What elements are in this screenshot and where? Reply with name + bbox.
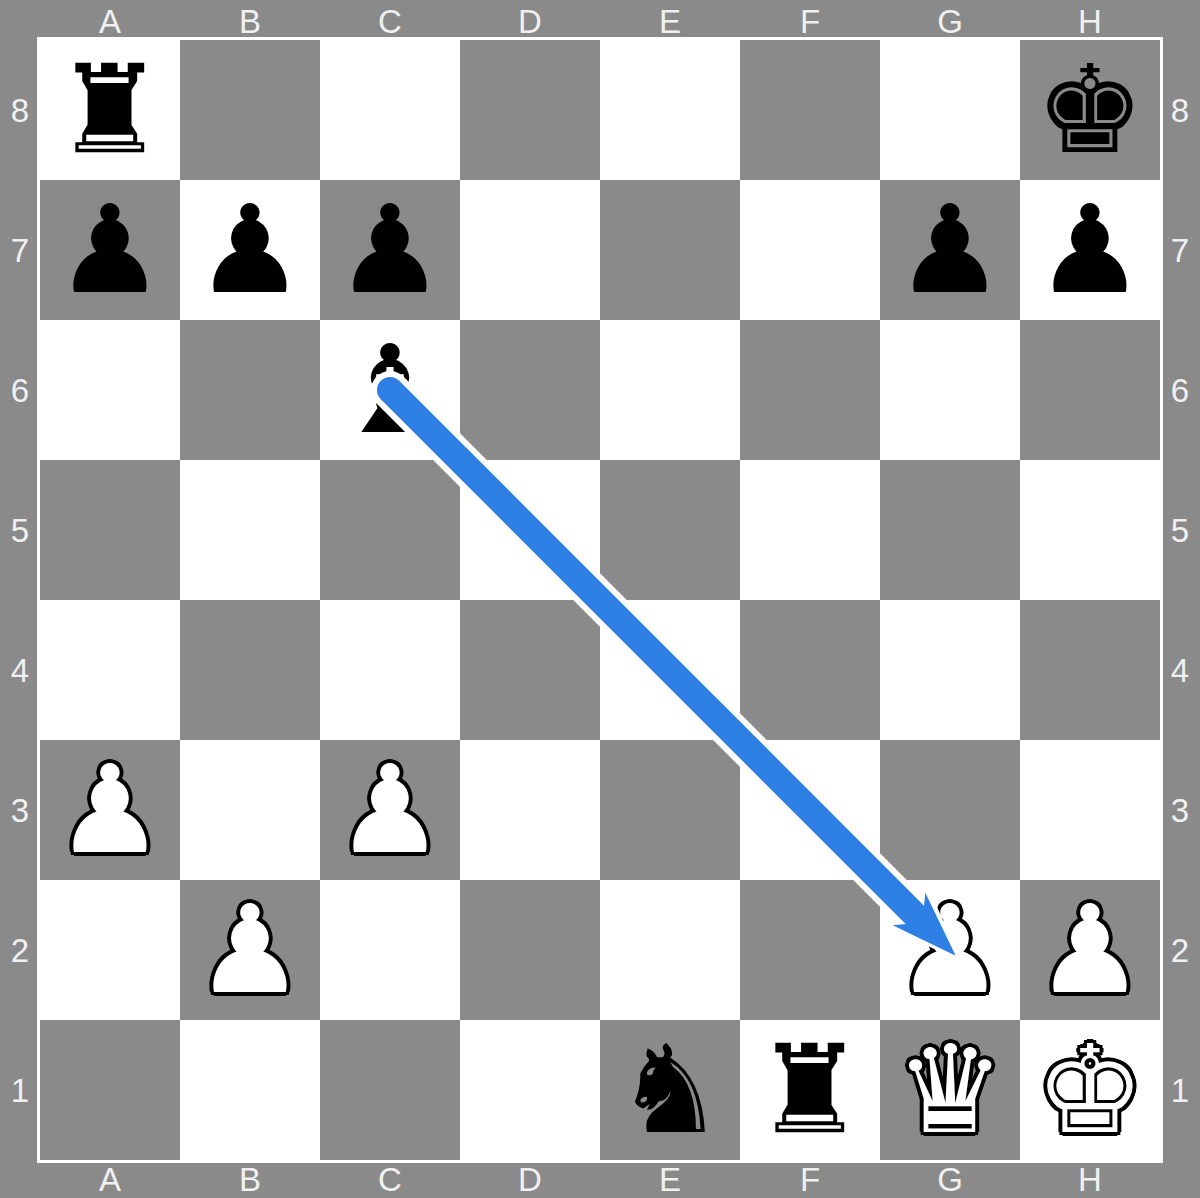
square-f1[interactable]: ♜: [740, 1020, 880, 1160]
square-c4[interactable]: [320, 600, 460, 740]
rank-label-left-3: 3: [11, 794, 29, 827]
rank-label-right-8: 8: [1171, 94, 1189, 127]
square-e8[interactable]: [600, 40, 740, 180]
square-d4[interactable]: [460, 600, 600, 740]
black-pawn[interactable]: ♟: [895, 180, 1004, 320]
file-label-top-g: G: [937, 5, 963, 38]
square-f3[interactable]: [740, 740, 880, 880]
square-d6[interactable]: [460, 320, 600, 460]
square-a2[interactable]: [40, 880, 180, 1020]
square-e3[interactable]: [600, 740, 740, 880]
square-a6[interactable]: [40, 320, 180, 460]
square-h2[interactable]: ♟: [1020, 880, 1160, 1020]
square-f5[interactable]: [740, 460, 880, 600]
square-h5[interactable]: [1020, 460, 1160, 600]
square-a3[interactable]: ♟: [40, 740, 180, 880]
square-g5[interactable]: [880, 460, 1020, 600]
file-label-top-c: C: [378, 5, 402, 38]
square-f8[interactable]: [740, 40, 880, 180]
file-label-bottom-e: E: [659, 1163, 681, 1196]
square-d1[interactable]: [460, 1020, 600, 1160]
rank-label-right-3: 3: [1171, 794, 1189, 827]
black-rook[interactable]: ♜: [755, 1020, 864, 1160]
rank-label-right-7: 7: [1171, 234, 1189, 267]
square-f7[interactable]: [740, 180, 880, 320]
white-pawn[interactable]: ♟: [55, 740, 164, 880]
square-g2[interactable]: ♟: [880, 880, 1020, 1020]
rank-label-right-2: 2: [1171, 934, 1189, 967]
black-rook[interactable]: ♜: [55, 40, 164, 180]
square-d8[interactable]: [460, 40, 600, 180]
square-f4[interactable]: [740, 600, 880, 740]
square-a8[interactable]: ♜: [40, 40, 180, 180]
square-b7[interactable]: ♟: [180, 180, 320, 320]
square-e7[interactable]: [600, 180, 740, 320]
square-f6[interactable]: [740, 320, 880, 460]
black-pawn[interactable]: ♟: [1035, 180, 1144, 320]
rank-label-left-6: 6: [11, 374, 29, 407]
square-c5[interactable]: [320, 460, 460, 600]
chess-board-frame: ♜♚♟♟♟♟♟♝♟♟♟♟♟♞♜♛♚ AABBCCDDEEFFGGHH887766…: [0, 0, 1200, 1198]
square-d2[interactable]: [460, 880, 600, 1020]
square-h8[interactable]: ♚: [1020, 40, 1160, 180]
square-b6[interactable]: [180, 320, 320, 460]
black-pawn[interactable]: ♟: [55, 180, 164, 320]
file-label-bottom-a: A: [99, 1163, 121, 1196]
square-e6[interactable]: [600, 320, 740, 460]
square-e2[interactable]: [600, 880, 740, 1020]
rank-label-left-4: 4: [11, 654, 29, 687]
white-pawn[interactable]: ♟: [195, 880, 304, 1020]
square-c2[interactable]: [320, 880, 460, 1020]
white-pawn[interactable]: ♟: [895, 880, 1004, 1020]
rank-label-right-5: 5: [1171, 514, 1189, 547]
square-b1[interactable]: [180, 1020, 320, 1160]
square-b4[interactable]: [180, 600, 320, 740]
black-pawn[interactable]: ♟: [195, 180, 304, 320]
square-c3[interactable]: ♟: [320, 740, 460, 880]
rank-label-left-8: 8: [11, 94, 29, 127]
black-pawn[interactable]: ♟: [335, 180, 444, 320]
rank-label-left-5: 5: [11, 514, 29, 547]
square-a7[interactable]: ♟: [40, 180, 180, 320]
square-f2[interactable]: [740, 880, 880, 1020]
white-queen[interactable]: ♛: [895, 1020, 1004, 1160]
square-e4[interactable]: [600, 600, 740, 740]
square-g1[interactable]: ♛: [880, 1020, 1020, 1160]
black-king[interactable]: ♚: [1035, 40, 1144, 180]
square-d5[interactable]: [460, 460, 600, 600]
file-label-bottom-c: C: [378, 1163, 402, 1196]
square-h6[interactable]: [1020, 320, 1160, 460]
file-label-bottom-h: H: [1078, 1163, 1102, 1196]
square-b5[interactable]: [180, 460, 320, 600]
black-bishop[interactable]: ♝: [335, 320, 444, 460]
square-a5[interactable]: [40, 460, 180, 600]
black-knight[interactable]: ♞: [615, 1020, 724, 1160]
rank-label-right-4: 4: [1171, 654, 1189, 687]
square-h4[interactable]: [1020, 600, 1160, 740]
file-label-bottom-g: G: [937, 1163, 963, 1196]
square-e5[interactable]: [600, 460, 740, 600]
square-b3[interactable]: [180, 740, 320, 880]
file-label-top-d: D: [518, 5, 542, 38]
file-label-bottom-f: F: [800, 1163, 820, 1196]
file-label-top-e: E: [659, 5, 681, 38]
square-b2[interactable]: ♟: [180, 880, 320, 1020]
file-label-top-f: F: [800, 5, 820, 38]
square-c6[interactable]: ♝: [320, 320, 460, 460]
square-h3[interactable]: [1020, 740, 1160, 880]
square-c7[interactable]: ♟: [320, 180, 460, 320]
rank-label-left-7: 7: [11, 234, 29, 267]
file-label-bottom-d: D: [518, 1163, 542, 1196]
square-d7[interactable]: [460, 180, 600, 320]
file-label-top-a: A: [99, 5, 121, 38]
square-h1[interactable]: ♚: [1020, 1020, 1160, 1160]
square-g6[interactable]: [880, 320, 1020, 460]
square-a4[interactable]: [40, 600, 180, 740]
square-g7[interactable]: ♟: [880, 180, 1020, 320]
file-label-top-h: H: [1078, 5, 1102, 38]
square-g8[interactable]: [880, 40, 1020, 180]
square-d3[interactable]: [460, 740, 600, 880]
rank-label-left-2: 2: [11, 934, 29, 967]
square-a1[interactable]: [40, 1020, 180, 1160]
square-e1[interactable]: ♞: [600, 1020, 740, 1160]
rank-label-right-1: 1: [1171, 1074, 1189, 1107]
file-label-top-b: B: [239, 5, 261, 38]
square-c1[interactable]: [320, 1020, 460, 1160]
white-pawn[interactable]: ♟: [1035, 880, 1144, 1020]
rank-label-right-6: 6: [1171, 374, 1189, 407]
white-king[interactable]: ♚: [1035, 1020, 1144, 1160]
chess-board: ♜♚♟♟♟♟♟♝♟♟♟♟♟♞♜♛♚: [37, 37, 1163, 1163]
rank-label-left-1: 1: [11, 1074, 29, 1107]
square-h7[interactable]: ♟: [1020, 180, 1160, 320]
square-b8[interactable]: [180, 40, 320, 180]
file-label-bottom-b: B: [239, 1163, 261, 1196]
square-c8[interactable]: [320, 40, 460, 180]
square-g3[interactable]: [880, 740, 1020, 880]
square-g4[interactable]: [880, 600, 1020, 740]
white-pawn[interactable]: ♟: [335, 740, 444, 880]
